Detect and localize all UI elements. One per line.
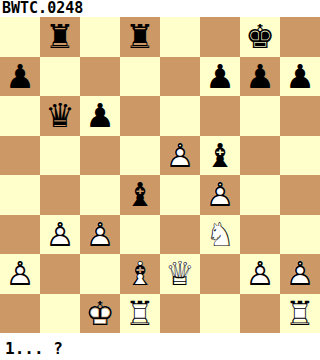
square-e6[interactable] <box>160 96 200 136</box>
piece-white-bishop-icon: ♝♗ <box>120 254 160 294</box>
square-f6[interactable] <box>200 96 240 136</box>
piece-white-pawn-icon: ♟♙ <box>160 136 200 176</box>
square-e3[interactable] <box>160 215 200 255</box>
square-a6[interactable] <box>0 96 40 136</box>
square-f1[interactable] <box>200 294 240 334</box>
square-f7[interactable]: ♟ <box>200 57 240 97</box>
square-c8[interactable] <box>80 17 120 57</box>
piece-black-pawn-icon: ♟ <box>200 57 240 97</box>
square-b4[interactable] <box>40 175 80 215</box>
square-a4[interactable] <box>0 175 40 215</box>
piece-black-queen-icon: ♛ <box>40 96 80 136</box>
square-e4[interactable] <box>160 175 200 215</box>
square-g8[interactable]: ♚ <box>240 17 280 57</box>
square-f5[interactable]: ♝ <box>200 136 240 176</box>
piece-black-pawn-icon: ♟ <box>80 96 120 136</box>
piece-white-pawn-icon: ♟♙ <box>0 254 40 294</box>
square-h4[interactable] <box>280 175 320 215</box>
piece-black-rook-icon: ♜ <box>40 17 80 57</box>
piece-black-pawn-icon: ♟ <box>0 57 40 97</box>
square-g2[interactable]: ♟♙ <box>240 254 280 294</box>
square-d3[interactable] <box>120 215 160 255</box>
piece-black-pawn-icon: ♟ <box>240 57 280 97</box>
square-h6[interactable] <box>280 96 320 136</box>
piece-white-queen-icon: ♛♕ <box>160 254 200 294</box>
piece-white-pawn-icon: ♟♙ <box>280 254 320 294</box>
piece-white-king-icon: ♚♔ <box>80 294 120 334</box>
square-f8[interactable] <box>200 17 240 57</box>
piece-black-bishop-icon: ♝ <box>200 136 240 176</box>
square-a8[interactable] <box>0 17 40 57</box>
diagram-title: BWTC.0248 <box>0 0 320 17</box>
square-b6[interactable]: ♛ <box>40 96 80 136</box>
chess-board: ♜♜♚♟♟♟♟♛♟♟♙♝♝♟♙♟♙♟♙♞♘♟♙♝♗♛♕♟♙♟♙♚♔♜♖♜♖ <box>0 17 320 333</box>
piece-white-pawn-icon: ♟♙ <box>40 215 80 255</box>
piece-white-rook-icon: ♜♖ <box>120 294 160 334</box>
square-c5[interactable] <box>80 136 120 176</box>
square-d6[interactable] <box>120 96 160 136</box>
square-e5[interactable]: ♟♙ <box>160 136 200 176</box>
square-f4[interactable]: ♟♙ <box>200 175 240 215</box>
square-b8[interactable]: ♜ <box>40 17 80 57</box>
square-b2[interactable] <box>40 254 80 294</box>
square-a7[interactable]: ♟ <box>0 57 40 97</box>
square-c6[interactable]: ♟ <box>80 96 120 136</box>
square-c2[interactable] <box>80 254 120 294</box>
square-g5[interactable] <box>240 136 280 176</box>
square-h5[interactable] <box>280 136 320 176</box>
square-b1[interactable] <box>40 294 80 334</box>
piece-black-king-icon: ♚ <box>240 17 280 57</box>
square-b7[interactable] <box>40 57 80 97</box>
square-f2[interactable] <box>200 254 240 294</box>
square-d1[interactable]: ♜♖ <box>120 294 160 334</box>
piece-white-rook-icon: ♜♖ <box>280 294 320 334</box>
piece-black-bishop-icon: ♝ <box>120 175 160 215</box>
piece-white-pawn-icon: ♟♙ <box>200 175 240 215</box>
square-c1[interactable]: ♚♔ <box>80 294 120 334</box>
square-d4[interactable]: ♝ <box>120 175 160 215</box>
square-a2[interactable]: ♟♙ <box>0 254 40 294</box>
square-h3[interactable] <box>280 215 320 255</box>
square-e1[interactable] <box>160 294 200 334</box>
square-g4[interactable] <box>240 175 280 215</box>
square-h8[interactable] <box>280 17 320 57</box>
square-d5[interactable] <box>120 136 160 176</box>
square-g7[interactable]: ♟ <box>240 57 280 97</box>
square-b5[interactable] <box>40 136 80 176</box>
square-e2[interactable]: ♛♕ <box>160 254 200 294</box>
square-e7[interactable] <box>160 57 200 97</box>
square-d2[interactable]: ♝♗ <box>120 254 160 294</box>
square-a5[interactable] <box>0 136 40 176</box>
piece-black-pawn-icon: ♟ <box>280 57 320 97</box>
piece-white-knight-icon: ♞♘ <box>200 215 240 255</box>
piece-white-pawn-icon: ♟♙ <box>240 254 280 294</box>
piece-white-pawn-icon: ♟♙ <box>80 215 120 255</box>
square-a1[interactable] <box>0 294 40 334</box>
square-g3[interactable] <box>240 215 280 255</box>
square-b3[interactable]: ♟♙ <box>40 215 80 255</box>
square-c4[interactable] <box>80 175 120 215</box>
square-h1[interactable]: ♜♖ <box>280 294 320 334</box>
piece-black-rook-icon: ♜ <box>120 17 160 57</box>
chess-diagram-window: BWTC.0248 ♜♜♚♟♟♟♟♛♟♟♙♝♝♟♙♟♙♟♙♞♘♟♙♝♗♛♕♟♙♟… <box>0 0 320 360</box>
square-g6[interactable] <box>240 96 280 136</box>
square-e8[interactable] <box>160 17 200 57</box>
square-a3[interactable] <box>0 215 40 255</box>
square-f3[interactable]: ♞♘ <box>200 215 240 255</box>
square-g1[interactable] <box>240 294 280 334</box>
square-h7[interactable]: ♟ <box>280 57 320 97</box>
square-c3[interactable]: ♟♙ <box>80 215 120 255</box>
square-d8[interactable]: ♜ <box>120 17 160 57</box>
square-h2[interactable]: ♟♙ <box>280 254 320 294</box>
square-d7[interactable] <box>120 57 160 97</box>
square-c7[interactable] <box>80 57 120 97</box>
move-prompt: 1... ? <box>0 333 320 360</box>
